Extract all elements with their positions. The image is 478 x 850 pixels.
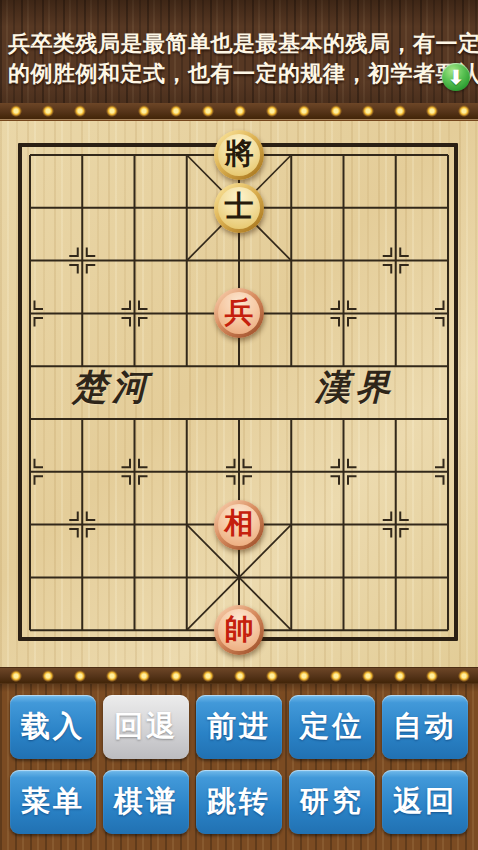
locate-button[interactable]: 定位 (289, 695, 375, 759)
undo-button[interactable]: 回退 (103, 695, 189, 759)
piece-red-soldier[interactable]: 兵 (214, 288, 264, 338)
stud-strip-top (0, 103, 478, 120)
info-banner: 兵卒类残局是最简单也是最基本的残局，有一定 的例胜例和定式，也有一定的规律，初学… (0, 0, 478, 103)
load-button[interactable]: 载入 (10, 695, 96, 759)
toolbar: 载入 回退 前进 定位 自动 菜单 棋谱 跳转 研究 返回 (0, 684, 478, 850)
piece-character: 相 (225, 509, 254, 538)
toolbar-row-2: 菜单 棋谱 跳转 研究 返回 (10, 770, 468, 834)
piece-face: 將 (218, 134, 260, 176)
piece-red-elephant[interactable]: 相 (214, 500, 264, 550)
back-button[interactable]: 返回 (382, 770, 468, 834)
jump-button[interactable]: 跳转 (196, 770, 282, 834)
board-intersection-grid[interactable]: 將士兵相帥 (4, 129, 474, 657)
toolbar-row-1: 载入 回退 前进 定位 自动 (10, 695, 468, 759)
piece-character: 士 (225, 192, 254, 221)
piece-red-general[interactable]: 帥 (214, 605, 264, 655)
xiangqi-app: { "game": "xiangqi", "banner": { "line1"… (0, 0, 478, 850)
piece-face: 士 (218, 187, 260, 229)
piece-face: 兵 (218, 292, 260, 334)
auto-play-button[interactable]: 自动 (382, 695, 468, 759)
piece-character: 帥 (225, 615, 254, 644)
piece-face: 相 (218, 504, 260, 546)
piece-black-advisor[interactable]: 士 (214, 183, 264, 233)
forward-button[interactable]: 前进 (196, 695, 282, 759)
piece-character: 將 (225, 139, 254, 168)
game-record-button[interactable]: 棋谱 (103, 770, 189, 834)
piece-character: 兵 (225, 298, 254, 327)
banner-text-line1: 兵卒类残局是最简单也是最基本的残局，有一定 (8, 29, 470, 59)
down-arrow-icon: ⬇ (448, 68, 464, 87)
piece-face: 帥 (218, 609, 260, 651)
menu-button[interactable]: 菜单 (10, 770, 96, 834)
piece-black-general[interactable]: 將 (214, 130, 264, 180)
download-expand-icon[interactable]: ⬇ (442, 63, 470, 91)
stud-strip-bottom (0, 667, 478, 684)
study-button[interactable]: 研究 (289, 770, 375, 834)
banner-text-line2: 的例胜例和定式，也有一定的规律，初学者要认 (8, 59, 470, 89)
